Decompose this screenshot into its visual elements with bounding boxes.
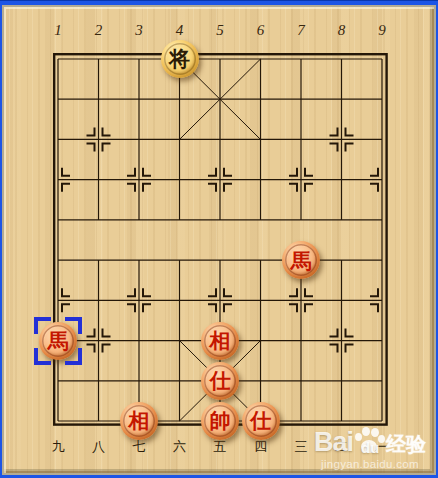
piece-glyph: 相	[129, 410, 150, 431]
piece-glyph: 仕	[210, 370, 231, 391]
piece-glyph: 馬	[291, 250, 312, 271]
piece-face: 将	[164, 43, 196, 75]
baidu-logo-bai: Bai	[314, 429, 353, 456]
watermark-url: jingyan.baidu.com	[314, 458, 426, 470]
baidu-logo-du: du	[361, 439, 379, 456]
piece-glyph: 帥	[210, 410, 231, 431]
piece-disc: 仕	[242, 402, 280, 440]
piece-face: 相	[123, 405, 155, 437]
piece-disc: 将	[161, 40, 199, 78]
piece-disc: 馬	[282, 241, 320, 279]
pieces-layer: 将馬馬相仕相帥仕	[38, 39, 403, 441]
piece-disc: 相	[120, 402, 158, 440]
piece-red-horse-selected[interactable]: 馬	[38, 320, 79, 360]
xiangqi-screenshot-root: 123456789 九八七六五四三二一 将馬馬相仕相帥仕 Bai du 经验 j…	[0, 0, 438, 478]
piece-glyph: 仕	[250, 410, 271, 431]
piece-disc: 仕	[201, 362, 239, 400]
piece-red-elephant[interactable]: 相	[200, 320, 241, 360]
piece-glyph: 相	[210, 330, 231, 351]
piece-red-advisor[interactable]: 仕	[240, 401, 281, 441]
piece-glyph: 将	[169, 48, 190, 69]
piece-disc: 帥	[201, 402, 239, 440]
piece-red-horse[interactable]: 馬	[281, 240, 322, 280]
baidu-logo: Bai du 经验	[314, 426, 426, 456]
baidu-watermark: Bai du 经验 jingyan.baidu.com	[314, 426, 426, 470]
selection-frame	[34, 317, 82, 365]
piece-red-king[interactable]: 帥	[200, 401, 241, 441]
piece-face: 仕	[204, 365, 236, 397]
baidu-paw-icon: du	[354, 426, 385, 456]
piece-face: 仕	[245, 405, 277, 437]
piece-face: 馬	[285, 244, 317, 276]
piece-face: 帥	[204, 405, 236, 437]
piece-black-general[interactable]: 将	[159, 39, 200, 79]
piece-disc: 相	[201, 322, 239, 360]
piece-red-elephant[interactable]: 相	[119, 401, 160, 441]
baidu-logo-jingyan: 经验	[386, 432, 426, 456]
piece-red-advisor[interactable]: 仕	[200, 361, 241, 401]
piece-face: 相	[204, 325, 236, 357]
